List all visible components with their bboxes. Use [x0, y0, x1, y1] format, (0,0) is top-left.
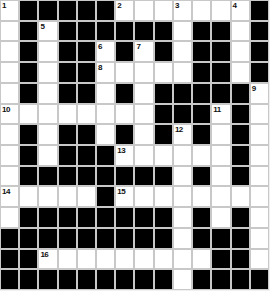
- black-cell-r12c6: [97, 229, 114, 248]
- white-cell-r9c14[interactable]: [251, 167, 268, 186]
- black-cell-r4c2: [20, 63, 37, 82]
- clue-number-1: 1: [2, 1, 6, 10]
- black-cell-r2c12: [212, 22, 229, 41]
- black-cell-r12c1: [1, 229, 18, 248]
- black-cell-r12c4: [59, 229, 76, 248]
- black-cell-r2c14: [251, 22, 268, 41]
- white-cell-r10c7[interactable]: 15: [116, 187, 133, 206]
- white-cell-r3c8[interactable]: 7: [135, 42, 152, 61]
- clue-number-6: 6: [98, 42, 102, 51]
- white-cell-r7c3[interactable]: [39, 125, 56, 144]
- black-cell-r2c8: [135, 22, 152, 41]
- black-cell-r8c13: [232, 146, 249, 165]
- black-cell-r2c9: [155, 22, 172, 41]
- white-cell-r1c7[interactable]: 2: [116, 1, 133, 20]
- black-cell-r8c2: [20, 146, 37, 165]
- black-cell-r5c7: [116, 84, 133, 103]
- black-cell-r2c5: [78, 22, 95, 41]
- white-cell-r12c14[interactable]: [251, 229, 268, 248]
- white-cell-r13c8[interactable]: [135, 250, 152, 269]
- black-cell-r4c14: [251, 63, 268, 82]
- black-cell-r2c4: [59, 22, 76, 41]
- black-cell-r6c11: [193, 105, 210, 124]
- black-cell-r9c11: [193, 167, 210, 186]
- white-cell-r6c14[interactable]: [251, 105, 268, 124]
- black-cell-r5c2: [20, 84, 37, 103]
- white-cell-r11c1[interactable]: [1, 208, 18, 227]
- black-cell-r14c6: [97, 270, 114, 289]
- white-cell-r9c10[interactable]: [174, 167, 191, 186]
- black-cell-r8c5: [78, 146, 95, 165]
- black-cell-r12c11: [193, 229, 210, 248]
- black-cell-r7c13: [232, 125, 249, 144]
- black-cell-r2c7: [116, 22, 133, 41]
- black-cell-r6c10: [174, 105, 191, 124]
- clue-number-9: 9: [252, 84, 256, 93]
- white-cell-r6c2[interactable]: [20, 105, 37, 124]
- black-cell-r11c5: [78, 208, 95, 227]
- white-cell-r13c5[interactable]: [78, 250, 95, 269]
- white-cell-r1c10[interactable]: 3: [174, 1, 191, 20]
- black-cell-r9c13: [232, 167, 249, 186]
- black-cell-r8c6: [97, 146, 114, 165]
- black-cell-r12c2: [20, 229, 37, 248]
- black-cell-r5c5: [78, 84, 95, 103]
- black-cell-r9c2: [20, 167, 37, 186]
- white-cell-r7c1[interactable]: [1, 125, 18, 144]
- white-cell-r6c3[interactable]: [39, 105, 56, 124]
- black-cell-r13c13: [232, 250, 249, 269]
- white-cell-r4c7[interactable]: [116, 63, 133, 82]
- black-cell-r2c11: [193, 22, 210, 41]
- white-cell-r8c12[interactable]: [212, 146, 229, 165]
- white-cell-r7c10[interactable]: 12: [174, 125, 191, 144]
- black-cell-r14c2: [20, 270, 37, 289]
- white-cell-r6c6[interactable]: [97, 105, 114, 124]
- black-cell-r12c12: [212, 229, 229, 248]
- white-cell-r7c6[interactable]: [97, 125, 114, 144]
- black-cell-r3c4: [59, 42, 76, 61]
- white-cell-r9c1[interactable]: [1, 167, 18, 186]
- white-cell-r10c8[interactable]: [135, 187, 152, 206]
- white-cell-r7c8[interactable]: [135, 125, 152, 144]
- white-cell-r6c4[interactable]: [59, 105, 76, 124]
- white-cell-r10c2[interactable]: [20, 187, 37, 206]
- white-cell-r4c3[interactable]: [39, 63, 56, 82]
- black-cell-r11c6: [97, 208, 114, 227]
- white-cell-r1c8[interactable]: [135, 1, 152, 20]
- white-cell-r6c5[interactable]: [78, 105, 95, 124]
- white-cell-r8c10[interactable]: [174, 146, 191, 165]
- black-cell-r12c7: [116, 229, 133, 248]
- white-cell-r9c12[interactable]: [212, 167, 229, 186]
- white-cell-r12c10[interactable]: [174, 229, 191, 248]
- white-cell-r5c6[interactable]: [97, 84, 114, 103]
- black-cell-r4c11: [193, 63, 210, 82]
- white-cell-r8c3[interactable]: [39, 146, 56, 165]
- black-cell-r1c6: [97, 1, 114, 20]
- black-cell-r3c11: [193, 42, 210, 61]
- black-cell-r14c14: [251, 270, 268, 289]
- black-cell-r11c9: [155, 208, 172, 227]
- black-cell-r9c8: [135, 167, 152, 186]
- white-cell-r8c7[interactable]: 13: [116, 146, 133, 165]
- black-cell-r4c12: [212, 63, 229, 82]
- white-cell-r4c13[interactable]: [232, 63, 249, 82]
- white-cell-r1c12[interactable]: [212, 1, 229, 20]
- white-cell-r5c3[interactable]: [39, 84, 56, 103]
- white-cell-r2c13[interactable]: [232, 22, 249, 41]
- white-cell-r8c11[interactable]: [193, 146, 210, 165]
- white-cell-r14c10[interactable]: [174, 270, 191, 289]
- white-cell-r6c8[interactable]: [135, 105, 152, 124]
- white-cell-r6c12[interactable]: 11: [212, 105, 229, 124]
- black-cell-r14c8: [135, 270, 152, 289]
- black-cell-r12c13: [232, 229, 249, 248]
- clue-number-13: 13: [117, 146, 125, 155]
- black-cell-r1c5: [78, 1, 95, 20]
- black-cell-r12c3: [39, 229, 56, 248]
- white-cell-r1c13[interactable]: 4: [232, 1, 249, 20]
- black-cell-r11c3: [39, 208, 56, 227]
- black-cell-r11c2: [20, 208, 37, 227]
- black-cell-r14c12: [212, 270, 229, 289]
- clue-number-14: 14: [2, 187, 10, 196]
- white-cell-r11c14[interactable]: [251, 208, 268, 227]
- black-cell-r11c13: [232, 208, 249, 227]
- white-cell-r8c9[interactable]: [155, 146, 172, 165]
- white-cell-r13c11[interactable]: [193, 250, 210, 269]
- white-cell-r10c9[interactable]: [155, 187, 172, 206]
- white-cell-r4c10[interactable]: [174, 63, 191, 82]
- black-cell-r4c5: [78, 63, 95, 82]
- white-cell-r1c11[interactable]: [193, 1, 210, 20]
- white-cell-r5c1[interactable]: [1, 84, 18, 103]
- clue-number-8: 8: [98, 63, 102, 72]
- black-cell-r9c9: [155, 167, 172, 186]
- black-cell-r11c7: [116, 208, 133, 227]
- white-cell-r5c14[interactable]: 9: [251, 84, 268, 103]
- white-cell-r8c14[interactable]: [251, 146, 268, 165]
- black-cell-r1c4: [59, 1, 76, 20]
- clue-number-16: 16: [40, 250, 48, 259]
- black-cell-r3c7: [116, 42, 133, 61]
- white-cell-r1c1[interactable]: 1: [1, 1, 18, 20]
- white-cell-r10c3[interactable]: [39, 187, 56, 206]
- clue-number-3: 3: [175, 1, 179, 10]
- white-cell-r8c8[interactable]: [135, 146, 152, 165]
- white-cell-r13c3[interactable]: 16: [39, 250, 56, 269]
- white-cell-r13c7[interactable]: [116, 250, 133, 269]
- black-cell-r7c7: [116, 125, 133, 144]
- white-cell-r7c12[interactable]: [212, 125, 229, 144]
- white-cell-r10c14[interactable]: [251, 187, 268, 206]
- white-cell-r13c9[interactable]: [155, 250, 172, 269]
- black-cell-r1c2: [20, 1, 37, 20]
- crossword-grid: 12345678910111213141516: [0, 0, 269, 290]
- white-cell-r6c7[interactable]: [116, 105, 133, 124]
- clue-number-2: 2: [117, 1, 121, 10]
- black-cell-r5c11: [193, 84, 210, 103]
- white-cell-r10c11[interactable]: [193, 187, 210, 206]
- white-cell-r2c1[interactable]: [1, 22, 18, 41]
- white-cell-r10c10[interactable]: [174, 187, 191, 206]
- white-cell-r10c12[interactable]: [212, 187, 229, 206]
- white-cell-r8c1[interactable]: [1, 146, 18, 165]
- white-cell-r13c14[interactable]: [251, 250, 268, 269]
- white-cell-r11c12[interactable]: [212, 208, 229, 227]
- clue-number-5: 5: [40, 22, 44, 31]
- white-cell-r4c9[interactable]: [155, 63, 172, 82]
- black-cell-r5c12: [212, 84, 229, 103]
- black-cell-r5c4: [59, 84, 76, 103]
- black-cell-r1c3: [39, 1, 56, 20]
- black-cell-r9c3: [39, 167, 56, 186]
- black-cell-r6c13: [232, 105, 249, 124]
- white-cell-r10c5[interactable]: [78, 187, 95, 206]
- black-cell-r6c9: [155, 105, 172, 124]
- black-cell-r3c14: [251, 42, 268, 61]
- white-cell-r3c3[interactable]: [39, 42, 56, 61]
- white-cell-r4c8[interactable]: [135, 63, 152, 82]
- white-cell-r10c13[interactable]: [232, 187, 249, 206]
- white-cell-r3c13[interactable]: [232, 42, 249, 61]
- black-cell-r9c4: [59, 167, 76, 186]
- white-cell-r13c10[interactable]: [174, 250, 191, 269]
- white-cell-r4c6[interactable]: 8: [97, 63, 114, 82]
- black-cell-r14c3: [39, 270, 56, 289]
- black-cell-r14c11: [193, 270, 210, 289]
- clue-number-7: 7: [136, 42, 140, 51]
- white-cell-r4c1[interactable]: [1, 63, 18, 82]
- black-cell-r7c2: [20, 125, 37, 144]
- white-cell-r11c10[interactable]: [174, 208, 191, 227]
- white-cell-r10c4[interactable]: [59, 187, 76, 206]
- black-cell-r9c6: [97, 167, 114, 186]
- white-cell-r2c10[interactable]: [174, 22, 191, 41]
- black-cell-r2c2: [20, 22, 37, 41]
- black-cell-r12c8: [135, 229, 152, 248]
- white-cell-r6c1[interactable]: 10: [1, 105, 18, 124]
- black-cell-r3c9: [155, 42, 172, 61]
- white-cell-r5c8[interactable]: [135, 84, 152, 103]
- black-cell-r2c6: [97, 22, 114, 41]
- black-cell-r14c7: [116, 270, 133, 289]
- white-cell-r2c3[interactable]: 5: [39, 22, 56, 41]
- black-cell-r14c4: [59, 270, 76, 289]
- black-cell-r13c2: [20, 250, 37, 269]
- black-cell-r5c13: [232, 84, 249, 103]
- black-cell-r7c9: [155, 125, 172, 144]
- black-cell-r1c14: [251, 1, 268, 20]
- black-cell-r3c5: [78, 42, 95, 61]
- black-cell-r4c4: [59, 63, 76, 82]
- black-cell-r14c1: [1, 270, 18, 289]
- clue-number-12: 12: [175, 125, 183, 134]
- black-cell-r11c8: [135, 208, 152, 227]
- white-cell-r13c4[interactable]: [59, 250, 76, 269]
- white-cell-r3c6[interactable]: 6: [97, 42, 114, 61]
- crossword-screenshot: 12345678910111213141516: [0, 0, 270, 291]
- black-cell-r14c5: [78, 270, 95, 289]
- black-cell-r7c4: [59, 125, 76, 144]
- clue-number-11: 11: [213, 105, 220, 114]
- white-cell-r13c6[interactable]: [97, 250, 114, 269]
- black-cell-r9c5: [78, 167, 95, 186]
- black-cell-r12c9: [155, 229, 172, 248]
- white-cell-r10c1[interactable]: 14: [1, 187, 18, 206]
- black-cell-r13c12: [212, 250, 229, 269]
- black-cell-r8c4: [59, 146, 76, 165]
- black-cell-r11c4: [59, 208, 76, 227]
- black-cell-r13c1: [1, 250, 18, 269]
- white-cell-r3c10[interactable]: [174, 42, 191, 61]
- black-cell-r7c5: [78, 125, 95, 144]
- black-cell-r3c12: [212, 42, 229, 61]
- black-cell-r5c9: [155, 84, 172, 103]
- white-cell-r1c9[interactable]: [155, 1, 172, 20]
- clue-number-4: 4: [233, 1, 237, 10]
- black-cell-r5c10: [174, 84, 191, 103]
- black-cell-r11c11: [193, 208, 210, 227]
- clue-number-10: 10: [2, 105, 10, 114]
- black-cell-r9c7: [116, 167, 133, 186]
- black-cell-r7c11: [193, 125, 210, 144]
- black-cell-r10c6: [97, 187, 114, 206]
- black-cell-r14c13: [232, 270, 249, 289]
- black-cell-r14c9: [155, 270, 172, 289]
- black-cell-r3c2: [20, 42, 37, 61]
- white-cell-r7c14[interactable]: [251, 125, 268, 144]
- clue-number-15: 15: [117, 187, 125, 196]
- white-cell-r3c1[interactable]: [1, 42, 18, 61]
- black-cell-r12c5: [78, 229, 95, 248]
